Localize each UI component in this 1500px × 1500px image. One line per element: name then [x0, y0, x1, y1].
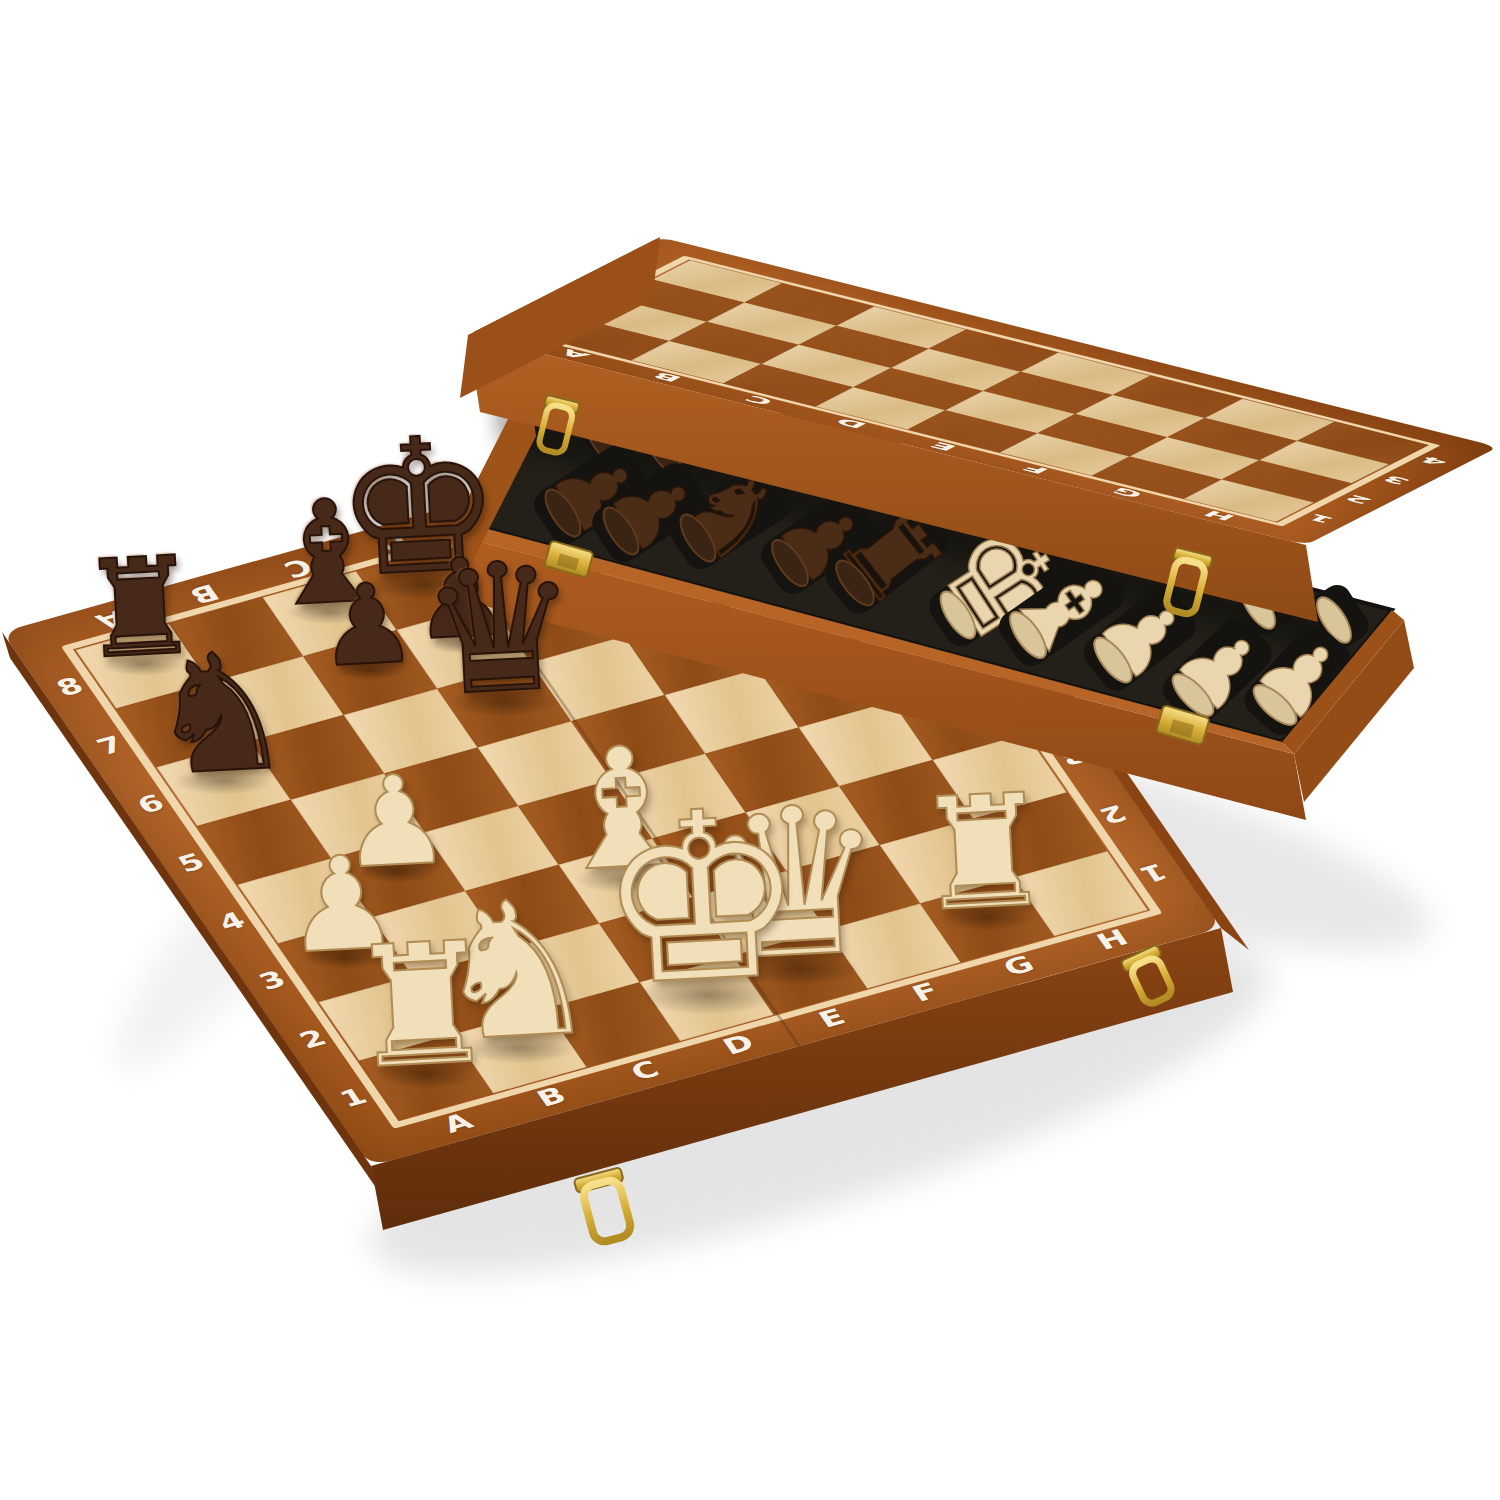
opened-chessboard: AABBCCDDEEFFGGHH1122334455667788: [2, 394, 1221, 1167]
file-label-far-d: D: [372, 528, 412, 555]
lid-d-ring-latch: [1161, 547, 1213, 616]
file-label-far-f: F: [561, 476, 596, 502]
file-label-far-a: A: [92, 607, 130, 634]
file-label-near-e: E: [814, 1005, 849, 1031]
tray-piece-base-disc: [1228, 566, 1298, 640]
tray-light-pawn: ♟: [1149, 601, 1289, 740]
file-label-far-b: B: [186, 581, 224, 608]
lid-rank-left-1: 1: [515, 315, 550, 327]
file-label-near-h: H: [1092, 926, 1132, 953]
lid-rank-right-1: 1: [1303, 513, 1338, 525]
svg-text:♟: ♟: [1077, 570, 1212, 701]
file-label-near-c: C: [626, 1057, 663, 1083]
lid-rank-right-2: 2: [1341, 493, 1376, 505]
tray-light-pawn: ♟: [1070, 570, 1211, 706]
lid-d-ring-latch: [534, 395, 580, 456]
lid-rank-left-3: 3: [590, 277, 625, 289]
file-label-near-a: A: [439, 1109, 477, 1136]
file-label-far-g: G: [652, 450, 692, 477]
board-d-ring-latch: [1121, 944, 1179, 1008]
case-brass-latch: [1156, 705, 1210, 745]
svg-text:♟: ♟: [1154, 601, 1288, 735]
file-label-far-c: C: [280, 555, 317, 581]
lid-rank-left-4: 4: [628, 257, 663, 269]
file-label-near-b: B: [532, 1083, 570, 1110]
tray-light-pawn: ♟: [1230, 608, 1368, 749]
file-label-near-f: F: [908, 979, 943, 1005]
product-photo-stage: AABBCCDDEEFFGGHH1122334455667788: [0, 0, 1500, 1500]
tray-piece-base-disc: [1304, 580, 1374, 654]
svg-text:♟: ♟: [1235, 608, 1368, 743]
board-grid: [76, 440, 1148, 1119]
file-label-near-g: G: [999, 952, 1039, 979]
file-label-far-e: E: [467, 503, 502, 529]
lid-rank-right-3: 3: [1379, 474, 1414, 486]
file-label-far-h: H: [745, 423, 785, 450]
board-d-ring-latch: [574, 1167, 638, 1245]
lid-rank-right-4: 4: [1416, 455, 1451, 467]
file-label-near-d: D: [718, 1031, 758, 1058]
lid-rank-left-2: 2: [553, 296, 588, 308]
